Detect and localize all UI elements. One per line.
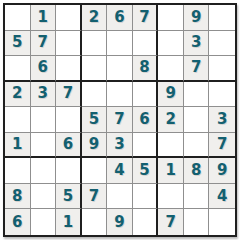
cell-r4c9[interactable] (209, 82, 235, 108)
cell-r1c6[interactable]: 7 (133, 5, 159, 31)
cell-r8c4[interactable]: 7 (82, 184, 108, 210)
cell-r5c6[interactable]: 6 (133, 107, 159, 133)
cell-r6c4[interactable]: 9 (82, 133, 108, 159)
sudoku-widget: 12679573687237957623169374518985746197 (0, 0, 240, 240)
cell-r5c9[interactable]: 3 (209, 107, 235, 133)
cell-r7c4[interactable] (82, 158, 108, 184)
cell-r7c3[interactable] (56, 158, 82, 184)
cell-r2c9[interactable] (209, 31, 235, 57)
cell-r5c8[interactable] (184, 107, 210, 133)
cell-r5c3[interactable] (56, 107, 82, 133)
cell-r4c7[interactable]: 9 (158, 82, 184, 108)
cell-r5c1[interactable] (5, 107, 31, 133)
cell-r8c5[interactable] (107, 184, 133, 210)
cell-r8c7[interactable] (158, 184, 184, 210)
cell-r7c9[interactable]: 9 (209, 158, 235, 184)
cell-r1c1[interactable] (5, 5, 31, 31)
cell-r9c7[interactable]: 7 (158, 209, 184, 235)
cell-r3c2[interactable]: 6 (31, 56, 57, 82)
cell-r3c4[interactable] (82, 56, 108, 82)
cell-r8c6[interactable] (133, 184, 159, 210)
cell-r4c1[interactable]: 2 (5, 82, 31, 108)
cell-r3c7[interactable] (158, 56, 184, 82)
cell-r2c2[interactable]: 7 (31, 31, 57, 57)
cell-r6c5[interactable]: 3 (107, 133, 133, 159)
cell-r2c7[interactable] (158, 31, 184, 57)
cell-r7c6[interactable]: 5 (133, 158, 159, 184)
cell-r1c8[interactable]: 9 (184, 5, 210, 31)
cell-r2c1[interactable]: 5 (5, 31, 31, 57)
cell-r3c1[interactable] (5, 56, 31, 82)
cell-r7c7[interactable]: 1 (158, 158, 184, 184)
cell-r6c1[interactable]: 1 (5, 133, 31, 159)
cell-r4c6[interactable] (133, 82, 159, 108)
cell-r5c5[interactable]: 7 (107, 107, 133, 133)
cell-r4c2[interactable]: 3 (31, 82, 57, 108)
cell-r1c9[interactable] (209, 5, 235, 31)
cell-r7c5[interactable]: 4 (107, 158, 133, 184)
cell-r8c1[interactable]: 8 (5, 184, 31, 210)
cell-r4c5[interactable] (107, 82, 133, 108)
cell-r4c4[interactable] (82, 82, 108, 108)
sudoku-board: 12679573687237957623169374518985746197 (3, 3, 237, 237)
cell-r9c8[interactable] (184, 209, 210, 235)
cell-r1c4[interactable]: 2 (82, 5, 108, 31)
cell-r9c3[interactable]: 1 (56, 209, 82, 235)
cell-r2c5[interactable] (107, 31, 133, 57)
cell-r5c7[interactable]: 2 (158, 107, 184, 133)
cell-r7c8[interactable]: 8 (184, 158, 210, 184)
cell-r7c2[interactable] (31, 158, 57, 184)
cell-r8c9[interactable]: 4 (209, 184, 235, 210)
cell-r3c5[interactable] (107, 56, 133, 82)
cell-r8c8[interactable] (184, 184, 210, 210)
cell-r6c3[interactable]: 6 (56, 133, 82, 159)
cell-r6c7[interactable] (158, 133, 184, 159)
cell-r6c9[interactable]: 7 (209, 133, 235, 159)
cell-r4c3[interactable]: 7 (56, 82, 82, 108)
cell-r3c3[interactable] (56, 56, 82, 82)
cell-r9c6[interactable] (133, 209, 159, 235)
cell-r7c1[interactable] (5, 158, 31, 184)
cell-r5c2[interactable] (31, 107, 57, 133)
cell-r5c4[interactable]: 5 (82, 107, 108, 133)
cell-r6c8[interactable] (184, 133, 210, 159)
cell-r1c2[interactable]: 1 (31, 5, 57, 31)
cell-r1c5[interactable]: 6 (107, 5, 133, 31)
cell-r9c2[interactable] (31, 209, 57, 235)
cell-r2c6[interactable] (133, 31, 159, 57)
cell-r6c2[interactable] (31, 133, 57, 159)
cell-r8c3[interactable]: 5 (56, 184, 82, 210)
cell-r9c9[interactable] (209, 209, 235, 235)
cell-r1c3[interactable] (56, 5, 82, 31)
cell-r2c8[interactable]: 3 (184, 31, 210, 57)
cell-r3c8[interactable]: 7 (184, 56, 210, 82)
cell-r3c9[interactable] (209, 56, 235, 82)
cell-r9c1[interactable]: 6 (5, 209, 31, 235)
cell-r2c4[interactable] (82, 31, 108, 57)
cell-r9c5[interactable]: 9 (107, 209, 133, 235)
cell-r4c8[interactable] (184, 82, 210, 108)
cell-r3c6[interactable]: 8 (133, 56, 159, 82)
cell-r8c2[interactable] (31, 184, 57, 210)
cell-r9c4[interactable] (82, 209, 108, 235)
cell-r6c6[interactable] (133, 133, 159, 159)
cell-r1c7[interactable] (158, 5, 184, 31)
cell-r2c3[interactable] (56, 31, 82, 57)
